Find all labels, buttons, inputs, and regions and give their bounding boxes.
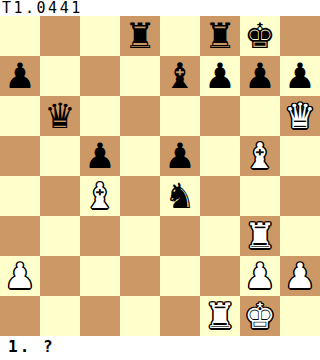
square-b6[interactable]: ♛: [40, 96, 80, 136]
piece-black-king: ♚: [244, 16, 275, 56]
piece-black-bishop: ♝: [164, 56, 195, 96]
square-h7[interactable]: ♟: [280, 56, 320, 96]
square-e8[interactable]: [160, 16, 200, 56]
square-a2[interactable]: ♟: [0, 256, 40, 296]
square-g4[interactable]: [240, 176, 280, 216]
square-h8[interactable]: [280, 16, 320, 56]
square-a8[interactable]: [0, 16, 40, 56]
square-a3[interactable]: [0, 216, 40, 256]
piece-white-bishop: ♝: [244, 136, 275, 176]
square-b8[interactable]: [40, 16, 80, 56]
piece-black-pawn: ♟: [204, 56, 235, 96]
piece-white-queen: ♛: [284, 96, 315, 136]
chess-board: ♜♜♚♟♝♟♟♟♛♛♟♟♝♝♞♜♟♟♟♜♚: [0, 16, 320, 336]
square-g8[interactable]: ♚: [240, 16, 280, 56]
square-c8[interactable]: [80, 16, 120, 56]
square-h6[interactable]: ♛: [280, 96, 320, 136]
square-f2[interactable]: [200, 256, 240, 296]
square-b3[interactable]: [40, 216, 80, 256]
square-b4[interactable]: [40, 176, 80, 216]
square-h2[interactable]: ♟: [280, 256, 320, 296]
square-h1[interactable]: [280, 296, 320, 336]
piece-white-rook: ♜: [244, 216, 275, 256]
square-c1[interactable]: [80, 296, 120, 336]
square-d8[interactable]: ♜: [120, 16, 160, 56]
square-g5[interactable]: ♝: [240, 136, 280, 176]
square-c7[interactable]: [80, 56, 120, 96]
square-f8[interactable]: ♜: [200, 16, 240, 56]
square-g7[interactable]: ♟: [240, 56, 280, 96]
square-d5[interactable]: [120, 136, 160, 176]
square-e4[interactable]: ♞: [160, 176, 200, 216]
square-c2[interactable]: [80, 256, 120, 296]
square-d7[interactable]: [120, 56, 160, 96]
piece-white-pawn: ♟: [244, 256, 275, 296]
square-a5[interactable]: [0, 136, 40, 176]
square-g2[interactable]: ♟: [240, 256, 280, 296]
square-a7[interactable]: ♟: [0, 56, 40, 96]
piece-black-pawn: ♟: [244, 56, 275, 96]
piece-black-pawn: ♟: [84, 136, 115, 176]
square-f6[interactable]: [200, 96, 240, 136]
piece-black-rook: ♜: [204, 16, 235, 56]
piece-white-king: ♚: [244, 296, 275, 336]
square-b1[interactable]: [40, 296, 80, 336]
square-f3[interactable]: [200, 216, 240, 256]
piece-black-pawn: ♟: [4, 56, 35, 96]
square-f5[interactable]: [200, 136, 240, 176]
square-a1[interactable]: [0, 296, 40, 336]
square-e7[interactable]: ♝: [160, 56, 200, 96]
square-g6[interactable]: [240, 96, 280, 136]
square-c3[interactable]: [80, 216, 120, 256]
puzzle-id: T1.0441: [0, 0, 320, 16]
square-c4[interactable]: ♝: [80, 176, 120, 216]
square-f7[interactable]: ♟: [200, 56, 240, 96]
piece-white-bishop: ♝: [84, 176, 115, 216]
piece-white-pawn: ♟: [284, 256, 315, 296]
square-c5[interactable]: ♟: [80, 136, 120, 176]
square-d3[interactable]: [120, 216, 160, 256]
square-d2[interactable]: [120, 256, 160, 296]
piece-white-pawn: ♟: [4, 256, 35, 296]
square-a4[interactable]: [0, 176, 40, 216]
square-g1[interactable]: ♚: [240, 296, 280, 336]
piece-black-rook: ♜: [124, 16, 155, 56]
square-e1[interactable]: [160, 296, 200, 336]
move-prompt: 1. ?: [0, 336, 320, 360]
square-e6[interactable]: [160, 96, 200, 136]
square-f4[interactable]: [200, 176, 240, 216]
square-d1[interactable]: [120, 296, 160, 336]
square-h5[interactable]: [280, 136, 320, 176]
piece-black-queen: ♛: [44, 96, 75, 136]
square-c6[interactable]: [80, 96, 120, 136]
square-g3[interactable]: ♜: [240, 216, 280, 256]
square-e2[interactable]: [160, 256, 200, 296]
square-d4[interactable]: [120, 176, 160, 216]
piece-black-pawn: ♟: [164, 136, 195, 176]
square-h4[interactable]: [280, 176, 320, 216]
piece-black-knight: ♞: [164, 176, 195, 216]
square-b2[interactable]: [40, 256, 80, 296]
piece-white-rook: ♜: [204, 296, 235, 336]
square-d6[interactable]: [120, 96, 160, 136]
square-f1[interactable]: ♜: [200, 296, 240, 336]
square-e5[interactable]: ♟: [160, 136, 200, 176]
piece-black-pawn: ♟: [284, 56, 315, 96]
square-b7[interactable]: [40, 56, 80, 96]
square-h3[interactable]: [280, 216, 320, 256]
square-a6[interactable]: [0, 96, 40, 136]
square-e3[interactable]: [160, 216, 200, 256]
square-b5[interactable]: [40, 136, 80, 176]
